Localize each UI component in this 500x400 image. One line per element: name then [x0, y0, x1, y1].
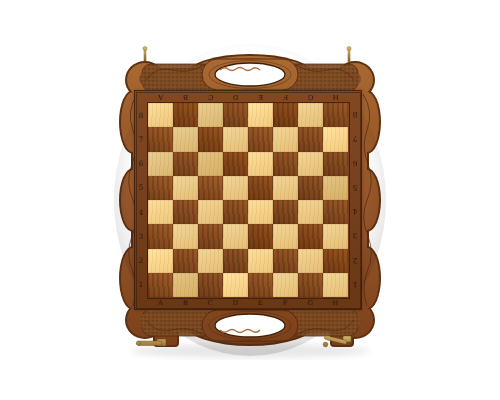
file-label-a: A	[148, 90, 173, 103]
product-photo: ABCDEFGH ABCDEFGH 87654321 87654321	[0, 0, 500, 400]
rank-label-8: 8	[348, 103, 362, 127]
square-f3[interactable]	[273, 224, 298, 248]
rank-label-2: 2	[134, 249, 148, 273]
square-h6[interactable]	[323, 152, 348, 176]
rank-label-7: 7	[134, 127, 148, 151]
square-b3[interactable]	[173, 224, 198, 248]
square-h2[interactable]	[323, 249, 348, 273]
square-h3[interactable]	[323, 224, 348, 248]
file-label-g: G	[298, 297, 323, 310]
rank-label-7: 7	[348, 127, 362, 151]
square-d8[interactable]	[223, 103, 248, 127]
file-label-f: F	[273, 90, 298, 103]
rank-label-3: 3	[134, 224, 148, 248]
file-label-h: H	[323, 297, 348, 310]
square-d4[interactable]	[223, 200, 248, 224]
file-label-c: C	[198, 297, 223, 310]
file-label-c: C	[198, 90, 223, 103]
square-c7[interactable]	[198, 127, 223, 151]
square-f7[interactable]	[273, 127, 298, 151]
rank-label-1: 1	[134, 273, 148, 297]
square-g4[interactable]	[298, 200, 323, 224]
square-g3[interactable]	[298, 224, 323, 248]
square-h5[interactable]	[323, 176, 348, 200]
square-a2[interactable]	[148, 249, 173, 273]
rank-label-1: 1	[348, 273, 362, 297]
rank-label-6: 6	[134, 152, 148, 176]
rank-label-4: 4	[348, 200, 362, 224]
top-handle	[202, 59, 298, 90]
square-g6[interactable]	[298, 152, 323, 176]
square-b6[interactable]	[173, 152, 198, 176]
square-c4[interactable]	[198, 200, 223, 224]
board-grid	[148, 103, 348, 297]
square-b4[interactable]	[173, 200, 198, 224]
square-e8[interactable]	[248, 103, 273, 127]
square-a3[interactable]	[148, 224, 173, 248]
square-g5[interactable]	[298, 176, 323, 200]
file-label-b: B	[173, 90, 198, 103]
rank-label-6: 6	[348, 152, 362, 176]
chess-board: ABCDEFGH ABCDEFGH 87654321 87654321	[134, 90, 362, 310]
square-h7[interactable]	[323, 127, 348, 151]
file-label-a: A	[148, 297, 173, 310]
top-handle-cutout	[215, 63, 285, 86]
square-d3[interactable]	[223, 224, 248, 248]
square-b1[interactable]	[173, 273, 198, 297]
rank-label-8: 8	[134, 103, 148, 127]
square-h8[interactable]	[323, 103, 348, 127]
square-d5[interactable]	[223, 176, 248, 200]
square-d6[interactable]	[223, 152, 248, 176]
file-label-h: H	[323, 90, 348, 103]
square-g8[interactable]	[298, 103, 323, 127]
brass-pin-right	[347, 47, 351, 63]
square-c3[interactable]	[198, 224, 223, 248]
bottom-handle-cutout	[215, 314, 285, 337]
brass-pin-left	[143, 47, 147, 63]
square-f6[interactable]	[273, 152, 298, 176]
square-c5[interactable]	[198, 176, 223, 200]
file-label-g: G	[298, 90, 323, 103]
file-labels-bottom: ABCDEFGH	[148, 297, 348, 310]
file-label-e: E	[248, 297, 273, 310]
square-g2[interactable]	[298, 249, 323, 273]
square-a5[interactable]	[148, 176, 173, 200]
square-b2[interactable]	[173, 249, 198, 273]
square-e1[interactable]	[248, 273, 273, 297]
square-c1[interactable]	[198, 273, 223, 297]
square-f1[interactable]	[273, 273, 298, 297]
square-b8[interactable]	[173, 103, 198, 127]
square-a4[interactable]	[148, 200, 173, 224]
square-c2[interactable]	[198, 249, 223, 273]
square-e4[interactable]	[248, 200, 273, 224]
square-e3[interactable]	[248, 224, 273, 248]
square-e2[interactable]	[248, 249, 273, 273]
rank-label-4: 4	[134, 200, 148, 224]
rank-label-5: 5	[134, 176, 148, 200]
square-a1[interactable]	[148, 273, 173, 297]
square-f8[interactable]	[273, 103, 298, 127]
square-d1[interactable]	[223, 273, 248, 297]
file-label-f: F	[273, 297, 298, 310]
square-c6[interactable]	[198, 152, 223, 176]
brass-latch-left	[136, 339, 166, 346]
square-a8[interactable]	[148, 103, 173, 127]
square-g1[interactable]	[298, 273, 323, 297]
file-labels-top: ABCDEFGH	[148, 90, 348, 103]
rank-label-5: 5	[348, 176, 362, 200]
square-g7[interactable]	[298, 127, 323, 151]
rank-labels-left: 87654321	[134, 103, 148, 297]
rank-labels-right: 87654321	[348, 103, 362, 297]
square-d2[interactable]	[223, 249, 248, 273]
square-f2[interactable]	[273, 249, 298, 273]
file-label-d: D	[223, 90, 248, 103]
square-a6[interactable]	[148, 152, 173, 176]
rank-label-2: 2	[348, 249, 362, 273]
square-c8[interactable]	[198, 103, 223, 127]
file-label-e: E	[248, 90, 273, 103]
square-h4[interactable]	[323, 200, 348, 224]
square-e7[interactable]	[248, 127, 273, 151]
file-label-b: B	[173, 297, 198, 310]
square-e6[interactable]	[248, 152, 273, 176]
square-e5[interactable]	[248, 176, 273, 200]
square-b7[interactable]	[173, 127, 198, 151]
bottom-handle	[202, 310, 298, 341]
file-label-d: D	[223, 297, 248, 310]
square-f5[interactable]	[273, 176, 298, 200]
rank-label-3: 3	[348, 224, 362, 248]
square-a7[interactable]	[148, 127, 173, 151]
square-b5[interactable]	[173, 176, 198, 200]
square-f4[interactable]	[273, 200, 298, 224]
square-h1[interactable]	[323, 273, 348, 297]
square-d7[interactable]	[223, 127, 248, 151]
